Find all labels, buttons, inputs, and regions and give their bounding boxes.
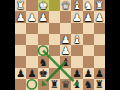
square-b6[interactable]	[83, 56, 94, 67]
square-f6[interactable]: ♞	[38, 56, 49, 67]
square-a1[interactable]: ♜	[94, 0, 105, 11]
piece-bP-c7[interactable]: ♟	[72, 68, 81, 79]
piece-wP-c2[interactable]: ♟	[72, 12, 81, 23]
square-a8[interactable]: ♜	[94, 79, 105, 90]
square-d2[interactable]	[60, 11, 71, 22]
square-a7[interactable]: ♟	[94, 68, 105, 79]
square-f2[interactable]: ♟	[38, 11, 49, 22]
square-c8[interactable]: ♝	[71, 79, 82, 90]
chess-board[interactable]: ♜♚♛♝♞♜♟♟♟♟♟♟♟♝♟♞♝♟♟♚♟♟♟♜♛♝♞♜	[15, 0, 105, 90]
piece-wR-h1[interactable]: ♜	[16, 0, 25, 11]
piece-wP-d4[interactable]: ♟	[61, 34, 70, 45]
square-d1[interactable]: ♛	[60, 0, 71, 11]
square-e1[interactable]	[49, 0, 60, 11]
piece-wP-g2[interactable]: ♟	[27, 12, 36, 23]
square-g1[interactable]	[26, 0, 37, 11]
square-h4[interactable]	[15, 34, 26, 45]
piece-bR-e8[interactable]: ♜	[50, 79, 59, 90]
piece-wP-a2[interactable]: ♟	[95, 12, 104, 23]
square-d6[interactable]: ♝	[60, 56, 71, 67]
piece-wQ-d1[interactable]: ♛	[61, 0, 70, 11]
square-d5[interactable]: ♟	[60, 45, 71, 56]
square-b3[interactable]	[83, 23, 94, 34]
piece-bQ-d8[interactable]: ♛	[61, 79, 70, 90]
square-f4[interactable]	[38, 34, 49, 45]
piece-wP-f2[interactable]: ♟	[38, 12, 47, 23]
piece-bP-a7[interactable]: ♟	[95, 68, 104, 79]
square-h2[interactable]: ♟	[15, 11, 26, 22]
square-f5[interactable]	[38, 45, 49, 56]
piece-bN-b8[interactable]: ♞	[83, 79, 92, 90]
square-h1[interactable]: ♜	[15, 0, 26, 11]
square-e5[interactable]	[49, 45, 60, 56]
square-h7[interactable]: ♟	[15, 68, 26, 79]
square-b4[interactable]	[83, 34, 94, 45]
square-e2[interactable]	[49, 11, 60, 22]
piece-wP-d5[interactable]: ♟	[61, 45, 70, 56]
square-e7[interactable]	[49, 68, 60, 79]
square-b7[interactable]: ♟	[83, 68, 94, 79]
square-c4[interactable]: ♝	[71, 34, 82, 45]
piece-wK-f1[interactable]: ♚	[38, 0, 47, 11]
square-e8[interactable]: ♜	[49, 79, 60, 90]
square-d8[interactable]: ♛	[60, 79, 71, 90]
square-h5[interactable]	[15, 45, 26, 56]
square-g3[interactable]	[26, 23, 37, 34]
square-c6[interactable]	[71, 56, 82, 67]
square-g5[interactable]	[26, 45, 37, 56]
piece-wB-c1[interactable]: ♝	[72, 0, 81, 11]
square-f3[interactable]	[38, 23, 49, 34]
square-g8[interactable]	[26, 79, 37, 90]
square-a4[interactable]	[94, 34, 105, 45]
square-d7[interactable]	[60, 68, 71, 79]
square-g7[interactable]: ♟	[26, 68, 37, 79]
square-e4[interactable]	[49, 34, 60, 45]
square-c1[interactable]: ♝	[71, 0, 82, 11]
piece-bK-f7[interactable]: ♚	[38, 68, 47, 79]
square-e3[interactable]	[49, 23, 60, 34]
piece-bP-b7[interactable]: ♟	[83, 68, 92, 79]
square-f1[interactable]: ♚	[38, 0, 49, 11]
square-a3[interactable]	[94, 23, 105, 34]
square-h8[interactable]	[15, 79, 26, 90]
square-f7[interactable]: ♚	[38, 68, 49, 79]
square-a2[interactable]: ♟	[94, 11, 105, 22]
app-background: ♜♚♛♝♞♜♟♟♟♟♟♟♟♝♟♞♝♟♟♚♟♟♟♜♛♝♞♜	[0, 0, 120, 90]
piece-bN-f6[interactable]: ♞	[38, 57, 47, 68]
piece-wP-b2[interactable]: ♟	[83, 12, 92, 23]
square-c3[interactable]	[71, 23, 82, 34]
square-b2[interactable]: ♟	[83, 11, 94, 22]
square-c7[interactable]: ♟	[71, 68, 82, 79]
square-a6[interactable]	[94, 56, 105, 67]
piece-bR-a8[interactable]: ♜	[95, 79, 104, 90]
square-b1[interactable]: ♞	[83, 0, 94, 11]
square-h3[interactable]	[15, 23, 26, 34]
square-d4[interactable]: ♟	[60, 34, 71, 45]
square-b5[interactable]	[83, 45, 94, 56]
piece-bP-g7[interactable]: ♟	[27, 68, 36, 79]
piece-wB-c4[interactable]: ♝	[72, 34, 81, 45]
square-d3[interactable]	[60, 23, 71, 34]
square-a5[interactable]	[94, 45, 105, 56]
piece-wN-b1[interactable]: ♞	[83, 0, 92, 11]
piece-bB-d6[interactable]: ♝	[61, 57, 70, 68]
piece-wP-h2[interactable]: ♟	[16, 12, 25, 23]
square-h6[interactable]	[15, 56, 26, 67]
square-g2[interactable]: ♟	[26, 11, 37, 22]
square-c5[interactable]	[71, 45, 82, 56]
square-f8[interactable]	[38, 79, 49, 90]
piece-bP-h7[interactable]: ♟	[16, 68, 25, 79]
square-g4[interactable]	[26, 34, 37, 45]
square-c2[interactable]: ♟	[71, 11, 82, 22]
piece-wR-a1[interactable]: ♜	[95, 0, 104, 11]
square-g6[interactable]	[26, 56, 37, 67]
square-e6[interactable]	[49, 56, 60, 67]
square-b8[interactable]: ♞	[83, 79, 94, 90]
piece-bB-c8[interactable]: ♝	[72, 79, 81, 90]
